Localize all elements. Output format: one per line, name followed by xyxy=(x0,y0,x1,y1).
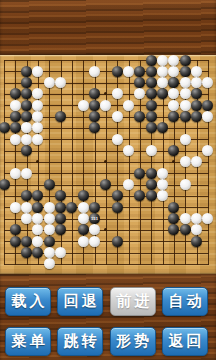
white-stone[interactable] xyxy=(146,145,157,156)
black-stone[interactable] xyxy=(180,66,191,77)
black-stone[interactable] xyxy=(44,236,55,247)
back-button[interactable]: 返回 xyxy=(162,327,208,356)
black-stone[interactable] xyxy=(21,100,32,111)
black-stone[interactable] xyxy=(21,236,32,247)
black-stone[interactable] xyxy=(10,236,21,247)
black-stone[interactable] xyxy=(112,236,123,247)
white-stone[interactable] xyxy=(44,213,55,224)
black-stone[interactable] xyxy=(146,55,157,66)
black-stone[interactable] xyxy=(112,66,123,77)
white-stone[interactable] xyxy=(123,100,134,111)
forward-button[interactable]: 前进 xyxy=(110,287,156,316)
white-stone[interactable] xyxy=(157,55,168,66)
white-stone[interactable] xyxy=(202,111,213,122)
white-stone[interactable] xyxy=(157,66,168,77)
black-stone[interactable] xyxy=(146,77,157,88)
black-stone[interactable] xyxy=(0,179,10,190)
black-stone[interactable] xyxy=(180,111,191,122)
situation-button[interactable]: 形势 xyxy=(110,327,156,356)
white-stone[interactable] xyxy=(112,134,123,145)
black-stone[interactable] xyxy=(146,179,157,190)
white-stone[interactable] xyxy=(112,111,123,122)
white-stone[interactable] xyxy=(21,168,32,179)
black-stone[interactable] xyxy=(89,202,100,213)
white-stone[interactable] xyxy=(78,236,89,247)
auto-button[interactable]: 自动 xyxy=(162,287,208,316)
white-stone[interactable] xyxy=(44,77,55,88)
black-stone[interactable] xyxy=(146,66,157,77)
black-stone[interactable] xyxy=(21,66,32,77)
white-stone[interactable] xyxy=(123,66,134,77)
black-stone[interactable] xyxy=(10,111,21,122)
black-stone[interactable] xyxy=(191,236,202,247)
go-board[interactable]: 151 xyxy=(0,55,216,274)
white-stone[interactable] xyxy=(202,77,213,88)
black-stone[interactable] xyxy=(44,179,55,190)
white-stone[interactable] xyxy=(180,134,191,145)
black-stone[interactable] xyxy=(180,55,191,66)
white-stone[interactable] xyxy=(180,100,191,111)
white-stone[interactable] xyxy=(180,77,191,88)
white-stone[interactable] xyxy=(10,134,21,145)
black-stone[interactable] xyxy=(146,111,157,122)
white-stone[interactable] xyxy=(180,213,191,224)
white-stone[interactable] xyxy=(10,202,21,213)
white-stone[interactable] xyxy=(202,145,213,156)
black-stone[interactable] xyxy=(112,202,123,213)
black-stone[interactable] xyxy=(146,100,157,111)
black-stone[interactable] xyxy=(202,100,213,111)
black-stone[interactable] xyxy=(146,168,157,179)
top-wood-panel xyxy=(0,0,216,55)
black-stone[interactable] xyxy=(191,100,202,111)
white-stone[interactable] xyxy=(78,100,89,111)
go-app-screen: 151 载入回退前进自动菜单跳转形势返回 xyxy=(0,0,216,360)
white-stone[interactable] xyxy=(44,202,55,213)
white-stone[interactable] xyxy=(89,66,100,77)
last-move-number: 151 xyxy=(91,215,98,222)
white-stone[interactable] xyxy=(10,168,21,179)
black-stone[interactable] xyxy=(89,100,100,111)
load-button[interactable]: 载入 xyxy=(5,287,51,316)
white-stone[interactable] xyxy=(180,179,191,190)
white-stone[interactable] xyxy=(21,202,32,213)
white-stone[interactable] xyxy=(10,100,21,111)
jump-button[interactable]: 跳转 xyxy=(57,327,103,356)
menu-button[interactable]: 菜单 xyxy=(5,327,51,356)
white-stone[interactable] xyxy=(157,168,168,179)
white-stone[interactable] xyxy=(89,236,100,247)
white-stone[interactable] xyxy=(44,258,55,269)
white-stone[interactable] xyxy=(202,213,213,224)
black-stone[interactable] xyxy=(55,202,66,213)
white-stone[interactable] xyxy=(168,55,179,66)
white-stone[interactable] xyxy=(78,202,89,213)
white-stone[interactable] xyxy=(21,134,32,145)
undo-button[interactable]: 回退 xyxy=(57,287,103,316)
white-stone[interactable] xyxy=(44,247,55,258)
white-stone[interactable] xyxy=(191,66,202,77)
white-stone[interactable] xyxy=(78,213,89,224)
